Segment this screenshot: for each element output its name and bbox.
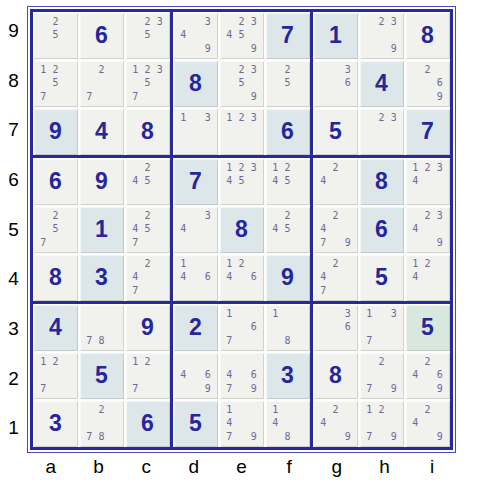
cell-f5[interactable]: 245 (265, 206, 310, 253)
candidate-digit: 2 (421, 257, 433, 271)
candidate-empty (329, 223, 341, 237)
candidate-empty (189, 138, 201, 152)
cell-g2[interactable]: 8 (313, 352, 358, 399)
cell-a7[interactable]: 9 (33, 108, 78, 155)
candidate-empty (248, 29, 260, 43)
candidate-empty (235, 321, 247, 335)
candidate-digit: 1 (363, 307, 375, 321)
cell-e5[interactable]: 8 (219, 206, 264, 253)
candidate-empty (421, 90, 433, 104)
candidate-digit: 2 (49, 15, 61, 29)
candidate-digit: 4 (317, 175, 329, 189)
candidate-empty (129, 161, 141, 175)
candidate-empty (409, 236, 421, 250)
candidate-empty (129, 209, 141, 223)
cell-f3[interactable]: 18 (265, 304, 310, 351)
cell-g3[interactable]: 36 (313, 304, 358, 351)
cell-h3[interactable]: 137 (359, 304, 404, 351)
candidate-empty (49, 382, 61, 396)
cell-h1[interactable]: 1279 (359, 400, 404, 447)
col-label-a: a (27, 454, 75, 480)
solved-digit: 7 (173, 158, 218, 205)
candidate-empty (421, 77, 433, 91)
solved-digit: 6 (359, 206, 404, 253)
candidate-empty (409, 90, 421, 104)
cell-a8[interactable]: 1257 (33, 60, 78, 107)
cell-i6[interactable]: 1234 (405, 158, 450, 205)
candidate-digit: 4 (317, 417, 329, 431)
candidate-digit: 4 (409, 271, 421, 285)
candidate-empty (317, 334, 329, 348)
candidate-digit: 2 (235, 161, 247, 175)
cell-b9[interactable]: 6 (79, 12, 124, 59)
candidate-empty (223, 42, 235, 56)
candidate-empty (129, 369, 141, 383)
candidate-digit: 5 (281, 223, 293, 237)
candidate-empty (434, 188, 446, 202)
candidate-empty (154, 236, 166, 250)
candidate-digit: 4 (409, 417, 421, 431)
cell-c4[interactable]: 247 (125, 254, 170, 301)
candidate-empty (363, 29, 375, 43)
candidate-empty (189, 284, 201, 298)
cell-h9[interactable]: 239 (359, 12, 404, 59)
candidate-empty (409, 209, 421, 223)
candidate-empty (154, 77, 166, 91)
candidate-digit: 1 (129, 63, 141, 77)
candidate-digit: 2 (421, 209, 433, 223)
candidate-empty (108, 334, 120, 348)
candidate-empty (235, 382, 247, 396)
candidate-digit: 5 (49, 29, 61, 43)
cell-g7[interactable]: 5 (313, 108, 358, 155)
candidate-digit: 7 (223, 334, 235, 348)
candidate-empty (294, 90, 306, 104)
candidate-grid: 25 (265, 60, 310, 107)
candidate-empty (189, 111, 201, 125)
cell-e6[interactable]: 12345 (219, 158, 264, 205)
cell-i5[interactable]: 2349 (405, 206, 450, 253)
candidate-grid: 13 (173, 108, 218, 155)
cell-g8[interactable]: 36 (313, 60, 358, 107)
cell-h5[interactable]: 6 (359, 206, 404, 253)
candidate-grid: 279 (359, 352, 404, 399)
candidate-empty (317, 188, 329, 202)
candidate-empty (421, 223, 433, 237)
candidate-digit: 9 (434, 90, 446, 104)
candidate-empty (342, 257, 354, 271)
candidate-empty (342, 403, 354, 417)
col-labels: abcdefghi (27, 454, 456, 480)
cell-f9[interactable]: 7 (265, 12, 310, 59)
cell-b7[interactable]: 4 (79, 108, 124, 155)
candidate-empty (235, 355, 247, 369)
candidate-digit: 4 (177, 29, 189, 43)
candidate-empty (317, 257, 329, 271)
solved-digit: 3 (33, 400, 78, 447)
candidate-digit: 9 (342, 236, 354, 250)
candidate-grid: 245 (125, 158, 170, 205)
candidate-empty (375, 138, 387, 152)
candidate-empty (329, 63, 341, 77)
box-1-0: 692452571245783247 (33, 158, 170, 301)
candidate-empty (294, 223, 306, 237)
candidate-empty (154, 223, 166, 237)
candidate-digit: 4 (223, 175, 235, 189)
candidate-empty (62, 223, 74, 237)
cell-d6[interactable]: 7 (173, 158, 218, 205)
candidate-empty (281, 236, 293, 250)
candidate-empty (129, 188, 141, 202)
candidate-empty (223, 355, 235, 369)
cell-e2[interactable]: 4679 (219, 352, 264, 399)
candidate-empty (62, 15, 74, 29)
candidate-empty (409, 188, 421, 202)
candidate-digit: 2 (281, 63, 293, 77)
candidate-grid: 2457 (125, 206, 170, 253)
candidate-grid: 36 (313, 60, 358, 107)
cell-g5[interactable]: 2479 (313, 206, 358, 253)
candidate-empty (108, 321, 120, 335)
candidate-empty (235, 125, 247, 139)
candidate-empty (294, 334, 306, 348)
col-label-e: e (218, 454, 266, 480)
cell-d9[interactable]: 349 (173, 12, 218, 59)
candidate-digit: 5 (281, 77, 293, 91)
cell-i8[interactable]: 269 (405, 60, 450, 107)
candidate-empty (202, 138, 214, 152)
candidate-digit: 7 (37, 236, 49, 250)
candidate-empty (317, 403, 329, 417)
solved-digit: 6 (265, 108, 310, 155)
candidate-digit: 1 (37, 63, 49, 77)
candidate-digit: 8 (281, 334, 293, 348)
candidate-digit: 8 (95, 334, 107, 348)
cell-i3[interactable]: 5 (405, 304, 450, 351)
cell-f1[interactable]: 148 (265, 400, 310, 447)
candidate-empty (141, 90, 153, 104)
candidate-empty (141, 42, 153, 56)
cell-b4[interactable]: 3 (79, 254, 124, 301)
candidate-empty (329, 236, 341, 250)
candidate-empty (141, 382, 153, 396)
candidate-empty (375, 369, 387, 383)
solved-digit: 9 (265, 254, 310, 301)
candidate-digit: 6 (434, 77, 446, 91)
solved-digit: 7 (265, 12, 310, 59)
candidate-digit: 7 (363, 334, 375, 348)
candidate-empty (421, 430, 433, 444)
candidate-grid: 25 (33, 12, 78, 59)
cell-i2[interactable]: 2469 (405, 352, 450, 399)
candidate-empty (342, 223, 354, 237)
candidate-empty (154, 284, 166, 298)
candidate-digit: 2 (375, 403, 387, 417)
candidate-digit: 2 (375, 15, 387, 29)
solved-digit: 6 (125, 400, 170, 447)
candidate-digit: 1 (409, 161, 421, 175)
candidate-empty (375, 430, 387, 444)
candidate-empty (129, 42, 141, 56)
candidate-empty (62, 77, 74, 91)
candidate-digit: 6 (248, 321, 260, 335)
solved-digit: 9 (125, 304, 170, 351)
candidate-grid: 1279 (359, 400, 404, 447)
cell-c2[interactable]: 127 (125, 352, 170, 399)
cell-c8[interactable]: 12357 (125, 60, 170, 107)
cell-f7[interactable]: 6 (265, 108, 310, 155)
solved-digit: 6 (79, 12, 124, 59)
solved-digit: 8 (359, 158, 404, 205)
candidate-empty (223, 63, 235, 77)
candidate-empty (329, 188, 341, 202)
candidate-empty (141, 284, 153, 298)
cell-d1[interactable]: 5 (173, 400, 218, 447)
candidate-empty (189, 29, 201, 43)
cell-d5[interactable]: 34 (173, 206, 218, 253)
cell-a5[interactable]: 257 (33, 206, 78, 253)
candidate-empty (281, 321, 293, 335)
cell-h8[interactable]: 4 (359, 60, 404, 107)
cell-a3[interactable]: 4 (33, 304, 78, 351)
candidate-empty (189, 271, 201, 285)
candidate-grid: 249 (405, 400, 450, 447)
candidate-digit: 2 (329, 161, 341, 175)
candidate-digit: 5 (141, 223, 153, 237)
cell-e8[interactable]: 2359 (219, 60, 264, 107)
cell-h6[interactable]: 8 (359, 158, 404, 205)
candidate-grid: 123 (219, 108, 264, 155)
candidate-digit: 3 (388, 111, 400, 125)
candidate-digit: 7 (129, 382, 141, 396)
candidate-empty (62, 209, 74, 223)
candidate-empty (269, 77, 281, 91)
candidate-digit: 9 (434, 236, 446, 250)
cell-e1[interactable]: 1479 (219, 400, 264, 447)
candidate-empty (421, 382, 433, 396)
candidate-empty (375, 125, 387, 139)
cell-d4[interactable]: 146 (173, 254, 218, 301)
candidate-empty (235, 307, 247, 321)
candidate-empty (342, 90, 354, 104)
candidate-grid: 1234 (405, 158, 450, 205)
box-0-1: 3492345978235925131236 (173, 12, 310, 155)
candidate-grid: 127 (125, 352, 170, 399)
cell-i9[interactable]: 8 (405, 12, 450, 59)
candidate-digit: 1 (269, 307, 281, 321)
cell-h4[interactable]: 5 (359, 254, 404, 301)
cell-c9[interactable]: 235 (125, 12, 170, 59)
cell-i7[interactable]: 7 (405, 108, 450, 155)
cell-c3[interactable]: 9 (125, 304, 170, 351)
cell-c6[interactable]: 245 (125, 158, 170, 205)
col-label-g: g (313, 454, 361, 480)
candidate-digit: 4 (269, 223, 281, 237)
cell-c1[interactable]: 6 (125, 400, 170, 447)
candidate-digit: 4 (317, 271, 329, 285)
cell-g4[interactable]: 247 (313, 254, 358, 301)
candidate-empty (202, 125, 214, 139)
candidate-digit: 7 (317, 236, 329, 250)
candidate-empty (363, 321, 375, 335)
candidate-digit: 9 (342, 430, 354, 444)
candidate-digit: 2 (375, 111, 387, 125)
candidate-digit: 7 (363, 382, 375, 396)
candidate-digit: 6 (342, 321, 354, 335)
candidate-empty (409, 403, 421, 417)
candidate-empty (434, 175, 446, 189)
cell-i1[interactable]: 249 (405, 400, 450, 447)
candidate-empty (342, 188, 354, 202)
candidate-empty (294, 321, 306, 335)
candidate-digit: 7 (223, 382, 235, 396)
cell-e4[interactable]: 1246 (219, 254, 264, 301)
candidate-digit: 3 (248, 63, 260, 77)
candidate-empty (189, 355, 201, 369)
candidate-empty (248, 77, 260, 91)
candidate-digit: 5 (235, 29, 247, 43)
candidate-digit: 2 (281, 209, 293, 223)
candidate-empty (329, 77, 341, 91)
candidate-digit: 3 (434, 161, 446, 175)
candidate-empty (363, 138, 375, 152)
candidate-empty (83, 417, 95, 431)
cell-d7[interactable]: 13 (173, 108, 218, 155)
candidate-empty (375, 382, 387, 396)
cell-c7[interactable]: 8 (125, 108, 170, 155)
candidate-empty (177, 15, 189, 29)
candidate-empty (363, 111, 375, 125)
candidate-empty (129, 29, 141, 43)
cell-b3[interactable]: 78 (79, 304, 124, 351)
candidate-empty (329, 307, 341, 321)
candidate-digit: 3 (342, 63, 354, 77)
cell-f4[interactable]: 9 (265, 254, 310, 301)
cell-a4[interactable]: 8 (33, 254, 78, 301)
col-label-h: h (361, 454, 409, 480)
candidate-digit: 2 (235, 257, 247, 271)
cell-a2[interactable]: 127 (33, 352, 78, 399)
candidate-digit: 2 (281, 161, 293, 175)
candidate-grid: 1479 (219, 400, 264, 447)
cell-f2[interactable]: 3 (265, 352, 310, 399)
cell-i4[interactable]: 124 (405, 254, 450, 301)
col-label-b: b (75, 454, 123, 480)
candidate-digit: 2 (329, 257, 341, 271)
cell-f6[interactable]: 1245 (265, 158, 310, 205)
cell-b2[interactable]: 5 (79, 352, 124, 399)
candidate-digit: 1 (409, 257, 421, 271)
row-label-5: 5 (0, 205, 27, 255)
candidate-digit: 9 (202, 382, 214, 396)
candidate-empty (154, 90, 166, 104)
cell-b6[interactable]: 9 (79, 158, 124, 205)
col-label-i: i (408, 454, 456, 480)
cell-g1[interactable]: 249 (313, 400, 358, 447)
candidate-empty (177, 42, 189, 56)
candidate-empty (177, 209, 189, 223)
candidate-empty (37, 223, 49, 237)
candidate-digit: 7 (129, 284, 141, 298)
sudoku-app: 987654321 256235125727123579483492345978… (0, 0, 480, 480)
candidate-empty (62, 369, 74, 383)
candidate-grid: 23 (359, 108, 404, 155)
candidate-grid: 12345 (219, 158, 264, 205)
candidate-digit: 3 (248, 161, 260, 175)
candidate-digit: 3 (248, 15, 260, 29)
candidate-empty (375, 29, 387, 43)
candidate-empty (62, 29, 74, 43)
candidate-digit: 1 (177, 257, 189, 271)
cell-h7[interactable]: 23 (359, 108, 404, 155)
candidate-empty (294, 236, 306, 250)
candidate-digit: 2 (141, 355, 153, 369)
candidate-empty (409, 63, 421, 77)
candidate-digit: 1 (269, 161, 281, 175)
row-label-1: 1 (0, 403, 27, 453)
cell-e7[interactable]: 123 (219, 108, 264, 155)
candidate-empty (294, 188, 306, 202)
candidate-empty (409, 284, 421, 298)
candidate-empty (189, 382, 201, 396)
candidate-empty (83, 307, 95, 321)
candidate-empty (434, 403, 446, 417)
cell-d3[interactable]: 2 (173, 304, 218, 351)
cell-b5[interactable]: 1 (79, 206, 124, 253)
candidate-empty (235, 90, 247, 104)
candidate-digit: 7 (129, 236, 141, 250)
cell-b1[interactable]: 278 (79, 400, 124, 447)
cell-g9[interactable]: 1 (313, 12, 358, 59)
candidate-grid: 34 (173, 206, 218, 253)
cell-d2[interactable]: 469 (173, 352, 218, 399)
candidate-digit: 4 (129, 271, 141, 285)
solved-digit: 4 (33, 304, 78, 351)
candidate-empty (62, 90, 74, 104)
candidate-empty (189, 369, 201, 383)
candidate-digit: 8 (95, 430, 107, 444)
candidate-digit: 5 (141, 77, 153, 91)
cell-h2[interactable]: 279 (359, 352, 404, 399)
candidate-empty (281, 417, 293, 431)
candidate-empty (317, 321, 329, 335)
solved-digit: 2 (173, 304, 218, 351)
cell-c5[interactable]: 2457 (125, 206, 170, 253)
cell-d8[interactable]: 8 (173, 60, 218, 107)
col-label-d: d (170, 454, 218, 480)
cell-a9[interactable]: 25 (33, 12, 78, 59)
candidate-empty (154, 355, 166, 369)
cell-a1[interactable]: 3 (33, 400, 78, 447)
cell-e9[interactable]: 23459 (219, 12, 264, 59)
cell-g6[interactable]: 24 (313, 158, 358, 205)
candidate-digit: 9 (388, 42, 400, 56)
candidate-digit: 4 (269, 175, 281, 189)
cell-e3[interactable]: 167 (219, 304, 264, 351)
candidate-empty (83, 403, 95, 417)
candidate-digit: 3 (388, 15, 400, 29)
solved-digit: 8 (219, 206, 264, 253)
cell-b8[interactable]: 27 (79, 60, 124, 107)
candidate-empty (235, 138, 247, 152)
cell-f8[interactable]: 25 (265, 60, 310, 107)
cell-a6[interactable]: 6 (33, 158, 78, 205)
candidate-empty (202, 284, 214, 298)
candidate-empty (223, 188, 235, 202)
candidate-empty (329, 334, 341, 348)
candidate-empty (248, 125, 260, 139)
sudoku-grid: 2562351257271235794834923459782359251312… (30, 9, 453, 450)
